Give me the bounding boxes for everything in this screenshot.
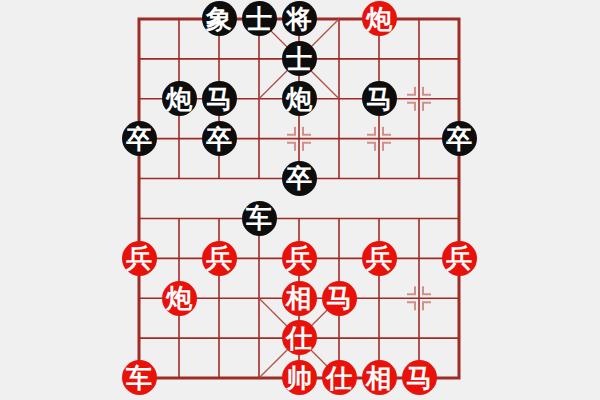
black-horse[interactable]: 马 (362, 81, 397, 116)
xiangqi-board: 象士将炮士炮马炮马卒卒卒卒车兵兵兵兵兵炮相马仕车帅仕相马 (0, 0, 600, 400)
red-elephant[interactable]: 相 (362, 360, 397, 395)
black-cannon[interactable]: 炮 (162, 81, 197, 116)
red-cannon[interactable]: 炮 (362, 1, 397, 36)
red-horse[interactable]: 马 (322, 281, 357, 316)
red-soldier[interactable]: 兵 (122, 241, 157, 276)
pieces-layer: 象士将炮士炮马炮马卒卒卒卒车兵兵兵兵兵炮相马仕车帅仕相马 (119, 0, 479, 398)
red-chariot[interactable]: 车 (122, 360, 157, 395)
red-soldier[interactable]: 兵 (362, 241, 397, 276)
red-soldier[interactable]: 兵 (282, 241, 317, 276)
black-soldier[interactable]: 卒 (122, 121, 157, 156)
black-general[interactable]: 将 (282, 1, 317, 36)
red-elephant[interactable]: 相 (282, 281, 317, 316)
red-advisor[interactable]: 仕 (322, 360, 357, 395)
black-advisor[interactable]: 士 (242, 1, 277, 36)
black-chariot[interactable]: 车 (242, 201, 277, 236)
black-soldier[interactable]: 卒 (442, 121, 477, 156)
red-cannon[interactable]: 炮 (162, 281, 197, 316)
black-soldier[interactable]: 卒 (202, 121, 237, 156)
red-soldier[interactable]: 兵 (202, 241, 237, 276)
black-elephant[interactable]: 象 (202, 1, 237, 36)
red-advisor[interactable]: 仕 (282, 320, 317, 355)
red-soldier[interactable]: 兵 (442, 241, 477, 276)
black-soldier[interactable]: 卒 (282, 161, 317, 196)
black-advisor[interactable]: 士 (282, 41, 317, 76)
black-cannon[interactable]: 炮 (282, 81, 317, 116)
red-general[interactable]: 帅 (282, 360, 317, 395)
black-horse[interactable]: 马 (202, 81, 237, 116)
red-horse[interactable]: 马 (402, 360, 437, 395)
